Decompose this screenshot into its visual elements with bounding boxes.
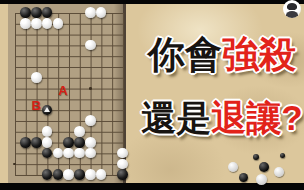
go-board: AB [8,4,126,183]
headline-line2: 還是退讓? [140,100,304,137]
white-stone [85,7,96,18]
black-stone [74,137,85,148]
black-stone [20,137,31,148]
white-stone [96,169,107,180]
headline: 你會強殺 還是退讓? [140,36,304,137]
white-stone [85,137,96,148]
last-move-triangle-marker [44,107,50,112]
decor-white-stone [274,167,284,177]
black-stone [31,137,42,148]
white-stone [117,159,128,170]
black-stone [63,137,74,148]
white-stone [85,40,96,51]
black-stone [42,169,53,180]
black-stone [42,7,53,18]
white-stone [74,148,85,159]
point-label-b: B [32,99,41,112]
headline-line2-black-text: 還是 [141,98,211,137]
white-stone [117,148,128,159]
white-stone [31,18,42,29]
decor-black-stone [280,153,285,158]
go-board-stones-layer: AB [9,7,128,180]
black-stone [117,169,128,180]
black-stone [20,7,31,18]
decor-black-stone [259,162,269,172]
headline-line1: 你會強殺 [140,36,304,75]
star-point [13,163,16,166]
white-stone [42,137,53,148]
black-stone [31,7,42,18]
white-stone [53,148,64,159]
avatar-figure-body [286,11,298,18]
white-stone [20,18,31,29]
headline-line1-black-text: 你會 [148,34,222,75]
decor-white-stone [228,162,238,172]
black-stone [53,169,64,180]
white-stone [85,169,96,180]
star-point [89,87,92,90]
white-stone [96,7,107,18]
black-stone [74,169,85,180]
white-stone [63,148,74,159]
headline-line1-red-text: 強殺 [222,34,296,75]
channel-avatar [283,0,301,18]
black-stone [42,148,53,159]
white-stone [42,126,53,137]
video-thumbnail: AB 你會強殺 還是退讓? [0,0,304,190]
decor-black-stone [239,173,248,182]
decor-black-stone [253,154,259,160]
white-stone [85,148,96,159]
point-label-a: A [58,84,67,97]
white-stone [63,169,74,180]
white-stone [31,72,42,83]
white-stone [74,126,85,137]
decor-white-stone [256,174,267,185]
black-stone-last-move [42,105,53,116]
white-stone [42,18,53,29]
headline-line2-red-text: 退讓? [211,98,302,137]
white-stone [53,18,64,29]
white-stone [85,115,96,126]
avatar-figure-head [287,3,297,10]
